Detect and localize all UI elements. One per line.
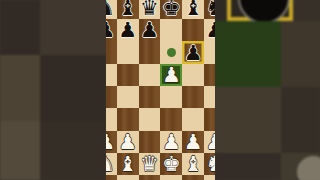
square-g7[interactable]: ♟ (204, 19, 215, 41)
square-d5[interactable] (139, 64, 161, 86)
square-b6[interactable] (106, 41, 117, 63)
square-e8[interactable]: ♚ (160, 0, 182, 19)
white-bishop[interactable]: ♝ (117, 153, 139, 175)
square-c6[interactable] (117, 41, 139, 63)
black-pawn[interactable]: ♟ (117, 19, 139, 41)
square-c8[interactable]: ♝ (117, 0, 139, 19)
right-letterbox-blur (215, 0, 320, 180)
left-letterbox-blur (0, 0, 106, 180)
square-e6[interactable] (160, 41, 182, 63)
white-pawn[interactable]: ♟ (160, 64, 182, 86)
black-knight[interactable]: ♞ (106, 0, 117, 19)
white-pawn[interactable]: ♟ (204, 131, 215, 153)
square-f1[interactable]: ♝ (182, 153, 204, 175)
square-g1[interactable]: ♞ (204, 153, 215, 175)
black-king[interactable]: ♚ (160, 0, 182, 19)
white-bishop[interactable]: ♝ (182, 153, 204, 175)
square-b7[interactable]: ♟ (106, 19, 117, 41)
board-edge-sliver (182, 175, 204, 180)
board-edge-sliver (106, 175, 117, 180)
square-b8[interactable]: ♞ (106, 0, 117, 19)
white-pawn[interactable]: ♟ (106, 131, 117, 153)
background-board-square (40, 0, 106, 55)
black-knight[interactable]: ♞ (204, 0, 215, 19)
black-bishop[interactable]: ♝ (117, 0, 139, 19)
square-e7[interactable] (160, 19, 182, 41)
background-board-square (0, 55, 40, 121)
chess-board[interactable]: ♞♝♛♚♝♞♟♟♟♟♟♟♟♟♟♟♟♞♝♛♚♝♞ (106, 0, 215, 180)
left-letterbox-bar (0, 0, 106, 180)
square-c1[interactable]: ♝ (117, 153, 139, 175)
board-edge-sliver (160, 175, 182, 180)
square-d3[interactable] (139, 108, 161, 130)
square-f4[interactable] (182, 86, 204, 108)
square-b5[interactable] (106, 64, 117, 86)
board-edge-sliver (139, 175, 161, 180)
background-board-square (215, 153, 281, 180)
square-d7[interactable]: ♟ (139, 19, 161, 41)
square-b2[interactable]: ♟ (106, 131, 117, 153)
square-f2[interactable]: ♟ (182, 131, 204, 153)
square-e4[interactable] (160, 86, 182, 108)
board-edge-sliver (204, 175, 215, 180)
background-board-square (281, 21, 320, 87)
square-f5[interactable] (182, 64, 204, 86)
background-board-square (0, 0, 40, 55)
square-c7[interactable]: ♟ (117, 19, 139, 41)
white-pawn[interactable]: ♟ (160, 131, 182, 153)
square-c2[interactable]: ♟ (117, 131, 139, 153)
black-pawn[interactable]: ♟ (139, 19, 161, 41)
square-f3[interactable] (182, 108, 204, 130)
square-d6[interactable] (139, 41, 161, 63)
square-g3[interactable] (204, 108, 215, 130)
square-f7[interactable] (182, 19, 204, 41)
black-queen[interactable]: ♛ (139, 0, 161, 19)
white-knight[interactable]: ♞ (106, 153, 117, 175)
background-board-square (215, 0, 227, 21)
white-knight[interactable]: ♞ (204, 153, 215, 175)
background-board-square (281, 87, 320, 153)
square-e1[interactable]: ♚ (160, 153, 182, 175)
board-strip: ♞♝♛♚♝♞♟♟♟♟♟♟♟♟♟♟♟♞♝♛♚♝♞ (106, 0, 215, 180)
white-queen[interactable]: ♛ (139, 153, 161, 175)
right-letterbox-bar (215, 0, 320, 180)
black-pawn[interactable]: ♟ (204, 19, 215, 41)
background-selected-square (215, 21, 281, 87)
move-hint-dot[interactable] (167, 48, 176, 57)
square-f6[interactable]: ♟ (182, 41, 204, 63)
square-e3[interactable] (160, 108, 182, 130)
square-e5[interactable]: ♟ (160, 64, 182, 86)
video-frame: ♞♝♛♚♝♞♟♟♟♟♟♟♟♟♟♟♟♞♝♛♚♝♞ (0, 0, 320, 180)
square-g2[interactable]: ♟ (204, 131, 215, 153)
white-king[interactable]: ♚ (160, 153, 182, 175)
square-d2[interactable] (139, 131, 161, 153)
square-d4[interactable] (139, 86, 161, 108)
square-g5[interactable] (204, 64, 215, 86)
board-edge-sliver (117, 175, 139, 180)
square-b3[interactable] (106, 108, 117, 130)
square-g4[interactable] (204, 86, 215, 108)
square-b4[interactable] (106, 86, 117, 108)
background-board-square (40, 55, 106, 121)
square-c3[interactable] (117, 108, 139, 130)
square-c5[interactable] (117, 64, 139, 86)
square-c4[interactable] (117, 86, 139, 108)
black-pawn[interactable]: ♟ (106, 19, 117, 41)
background-board-square (40, 121, 106, 180)
square-d1[interactable]: ♛ (139, 153, 161, 175)
white-pawn[interactable]: ♟ (117, 131, 139, 153)
square-g6[interactable] (204, 41, 215, 63)
black-bishop[interactable]: ♝ (182, 0, 204, 19)
square-b1[interactable]: ♞ (106, 153, 117, 175)
square-g8[interactable]: ♞ (204, 0, 215, 19)
white-pawn[interactable]: ♟ (182, 131, 204, 153)
square-e2[interactable]: ♟ (160, 131, 182, 153)
background-board-square (0, 121, 40, 180)
black-pawn[interactable]: ♟ (182, 41, 204, 63)
square-f8[interactable]: ♝ (182, 0, 204, 19)
square-d8[interactable]: ♛ (139, 0, 161, 19)
background-board-square (215, 87, 281, 153)
